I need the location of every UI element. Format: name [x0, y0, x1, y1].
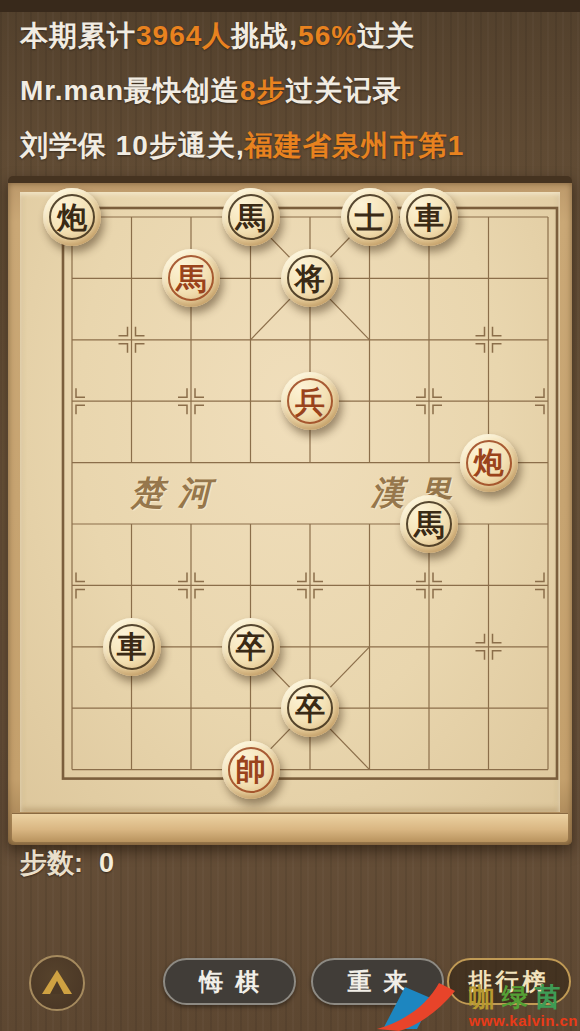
piece-character: 卒	[295, 693, 325, 724]
piece-red[interactable]: 馬	[162, 249, 220, 307]
piece-black[interactable]: 馬	[400, 495, 458, 553]
watermark-text-block: 咖绿茵 www.kalvin.cn	[469, 983, 578, 1031]
player-result: 刘学保 10步通关,	[20, 130, 245, 161]
stats-line-record: Mr.man最快创造8步过关记录	[20, 72, 402, 110]
status-bar-shadow	[0, 0, 580, 12]
player-region-rank: 福建省泉州市第1	[245, 130, 465, 161]
stats-text: 挑战,	[231, 20, 298, 51]
stats-text: 过关记录	[286, 75, 402, 106]
piece-black[interactable]: 炮	[43, 188, 101, 246]
record-steps: 8步	[240, 75, 286, 106]
piece-character: 車	[117, 631, 147, 662]
watermark-url: www.kalvin.cn	[469, 1012, 578, 1029]
board-surface[interactable]: 楚河 漢界 炮馬士車馬将兵炮馬車卒卒帥	[20, 192, 560, 812]
stats-challenger-count: 3964人	[136, 20, 231, 51]
stats-text: Mr.man最快创造	[20, 75, 240, 106]
piece-character: 炮	[474, 447, 504, 478]
stats-line-player: 刘学保 10步通关,福建省泉州市第1	[20, 127, 464, 165]
piece-character: 炮	[57, 202, 87, 233]
piece-black[interactable]: 将	[281, 249, 339, 307]
piece-black[interactable]: 馬	[222, 188, 280, 246]
stats-pass-rate: 56%	[298, 20, 357, 51]
piece-black[interactable]: 車	[400, 188, 458, 246]
piece-character: 馬	[414, 509, 444, 540]
piece-character: 将	[295, 263, 325, 294]
undo-move-button[interactable]: 悔棋	[163, 958, 296, 1005]
xiangqi-board: 楚河 漢界 炮馬士車馬将兵炮馬車卒卒帥	[8, 176, 572, 845]
step-counter: 步数:0	[20, 845, 114, 881]
chevron-up-icon	[42, 970, 72, 994]
step-counter-value: 0	[99, 848, 114, 878]
stats-text: 过关	[357, 20, 415, 51]
piece-character: 士	[355, 202, 385, 233]
collapse-panel-button[interactable]	[29, 955, 85, 1011]
pieces-layer: 炮馬士車馬将兵炮馬車卒卒帥	[20, 192, 560, 812]
piece-character: 馬	[236, 202, 266, 233]
piece-character: 馬	[176, 263, 206, 294]
piece-red[interactable]: 帥	[222, 741, 280, 799]
stats-text: 本期累计	[20, 20, 136, 51]
step-counter-label: 步数:	[20, 848, 83, 878]
watermark-brand: 咖绿茵	[469, 983, 568, 1012]
piece-character: 帥	[236, 754, 266, 785]
piece-black[interactable]: 卒	[281, 679, 339, 737]
piece-character: 兵	[295, 386, 325, 417]
piece-red[interactable]: 炮	[460, 434, 518, 492]
piece-red[interactable]: 兵	[281, 372, 339, 430]
piece-character: 卒	[236, 631, 266, 662]
watermark-logo-icon	[375, 979, 465, 1031]
stats-line-challengers: 本期累计3964人挑战,56%过关	[20, 17, 415, 55]
piece-black[interactable]: 車	[103, 618, 161, 676]
piece-black[interactable]: 士	[341, 188, 399, 246]
watermark: 咖绿茵 www.kalvin.cn	[375, 979, 578, 1031]
piece-black[interactable]: 卒	[222, 618, 280, 676]
piece-character: 車	[414, 202, 444, 233]
xiangqi-endgame-screen: { "game": "xiangqi", "position": "c2n1ar…	[0, 0, 580, 1031]
board-front-edge	[12, 813, 568, 842]
